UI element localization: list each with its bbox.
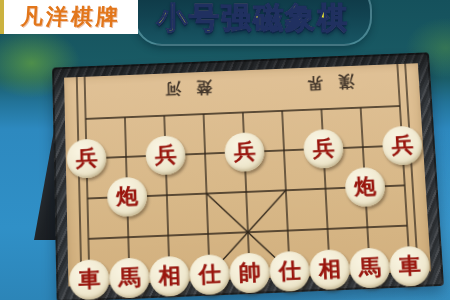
page-title: 小号强磁象棋 [157, 0, 349, 39]
river-label-left: 楚河 [150, 76, 213, 99]
brand-logo: 凡洋棋牌 [0, 0, 138, 34]
title-banner: 小号强磁象棋 [134, 0, 372, 46]
piece-general: 帥 [229, 252, 271, 294]
piece-elephant: 相 [149, 256, 190, 298]
piece-advisor: 仕 [189, 254, 231, 296]
river-label-right: 漢界 [291, 71, 355, 94]
xiangqi-board: 楚河 漢界 兵兵兵兵兵炮炮車馬相仕帥仕相馬車 [52, 52, 444, 300]
board-surface: 楚河 漢界 兵兵兵兵兵炮炮車馬相仕帥仕相馬車 [64, 63, 431, 286]
piece-chariot: 車 [69, 259, 110, 300]
product-image: 楚河 漢界 兵兵兵兵兵炮炮車馬相仕帥仕相馬車 凡洋棋牌 小号强磁象棋 [0, 0, 450, 300]
brand-logo-text: 凡洋棋牌 [20, 2, 122, 32]
piece-horse: 馬 [109, 257, 150, 299]
